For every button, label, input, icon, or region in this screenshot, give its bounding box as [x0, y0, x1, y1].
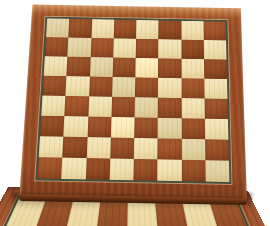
square-e8 — [136, 20, 159, 39]
board-frame — [19, 4, 246, 198]
square-g1 — [181, 160, 205, 182]
square-b8 — [68, 19, 91, 38]
square-e5 — [135, 77, 158, 97]
product-photo-stage — [0, 0, 270, 226]
square-a2 — [39, 136, 64, 157]
square-d2 — [110, 138, 134, 159]
board-fillet — [35, 17, 231, 184]
square-h7 — [204, 40, 227, 60]
square-f3 — [158, 118, 182, 139]
square-d1 — [109, 158, 133, 180]
square-a8 — [46, 18, 69, 37]
square-h5 — [204, 79, 227, 99]
square-a1 — [37, 157, 62, 179]
square-e7 — [136, 39, 159, 59]
square-e6 — [135, 58, 158, 78]
square-c5 — [89, 77, 113, 97]
square-d7 — [113, 38, 136, 58]
square-g3 — [181, 118, 205, 139]
square-b3 — [64, 116, 88, 137]
square-g5 — [181, 78, 204, 98]
square-g6 — [181, 59, 204, 79]
square-c4 — [88, 96, 112, 117]
square-c7 — [90, 38, 113, 58]
square-c2 — [86, 137, 110, 158]
square-c1 — [85, 158, 110, 180]
square-f1 — [157, 159, 181, 181]
square-a7 — [45, 37, 69, 57]
square-b4 — [65, 96, 89, 117]
square-b2 — [62, 137, 87, 158]
square-c3 — [87, 117, 111, 138]
square-a3 — [40, 116, 65, 137]
square-f6 — [158, 58, 181, 78]
square-c8 — [91, 19, 114, 38]
square-h8 — [203, 21, 226, 40]
square-b6 — [67, 57, 91, 77]
square-d8 — [114, 20, 137, 39]
square-h3 — [205, 119, 229, 140]
square-b5 — [66, 76, 90, 96]
square-f8 — [159, 20, 182, 39]
square-g7 — [181, 40, 204, 60]
square-e4 — [135, 97, 158, 118]
square-a6 — [44, 56, 68, 76]
square-d4 — [111, 97, 135, 118]
square-b1 — [61, 158, 86, 180]
square-b7 — [68, 38, 91, 58]
square-d5 — [112, 77, 135, 97]
square-h1 — [205, 160, 229, 182]
square-d3 — [111, 117, 135, 138]
square-f5 — [158, 78, 181, 98]
square-a4 — [41, 96, 65, 117]
square-h6 — [204, 59, 227, 79]
square-g8 — [181, 21, 204, 40]
chess-grid — [37, 18, 229, 182]
square-a5 — [42, 76, 66, 96]
square-e3 — [134, 117, 158, 138]
standing-chessboard — [19, 4, 247, 205]
square-h4 — [204, 98, 228, 119]
square-h2 — [205, 139, 229, 160]
square-g4 — [181, 98, 204, 119]
square-e1 — [133, 159, 157, 181]
square-f7 — [158, 39, 181, 59]
square-f4 — [158, 98, 181, 119]
square-e2 — [134, 138, 158, 159]
square-d6 — [112, 58, 135, 78]
square-c6 — [89, 57, 112, 77]
square-g2 — [181, 139, 205, 160]
square-f2 — [158, 138, 182, 159]
